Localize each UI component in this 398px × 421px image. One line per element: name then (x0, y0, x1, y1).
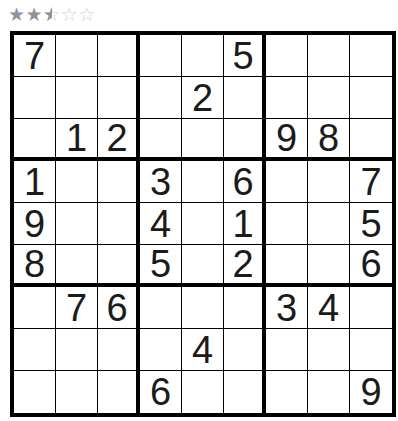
cell-r8c2[interactable] (56, 329, 98, 371)
cell-r4c5[interactable] (182, 161, 224, 203)
cell-r6c7[interactable] (266, 245, 308, 287)
cell-r2c8[interactable] (308, 77, 350, 119)
cell-r8c3[interactable] (98, 329, 140, 371)
cell-r8c6[interactable] (224, 329, 266, 371)
cell-r3c1[interactable] (14, 119, 56, 161)
cell-r2c5[interactable]: 2 (182, 77, 224, 119)
cell-r1c2[interactable] (56, 35, 98, 77)
cell-r7c2[interactable]: 7 (56, 287, 98, 329)
cell-r9c7[interactable] (266, 371, 308, 413)
star-half-fill: ★ (43, 3, 52, 26)
cell-r7c6[interactable] (224, 287, 266, 329)
cell-r3c5[interactable] (182, 119, 224, 161)
cell-r1c9[interactable] (350, 35, 392, 77)
cell-r7c1[interactable] (14, 287, 56, 329)
cell-r1c5[interactable] (182, 35, 224, 77)
cell-r6c6[interactable]: 2 (224, 245, 266, 287)
cell-r9c2[interactable] (56, 371, 98, 413)
cell-r8c1[interactable] (14, 329, 56, 371)
cell-r4c3[interactable] (98, 161, 140, 203)
star-filled-icon: ★ (8, 3, 26, 26)
cell-r8c5[interactable]: 4 (182, 329, 224, 371)
cell-r1c3[interactable] (98, 35, 140, 77)
cell-r8c8[interactable] (308, 329, 350, 371)
cell-r5c9[interactable]: 5 (350, 203, 392, 245)
cell-r5c5[interactable] (182, 203, 224, 245)
cell-r5c4[interactable]: 4 (140, 203, 182, 245)
cell-r4c6[interactable]: 6 (224, 161, 266, 203)
cell-r4c4[interactable]: 3 (140, 161, 182, 203)
cell-r4c9[interactable]: 7 (350, 161, 392, 203)
cell-r5c1[interactable]: 9 (14, 203, 56, 245)
star-empty-icon: ☆ (61, 3, 79, 26)
cell-r2c7[interactable] (266, 77, 308, 119)
cell-r9c4[interactable]: 6 (140, 371, 182, 413)
cell-r1c8[interactable] (308, 35, 350, 77)
cell-r2c1[interactable] (14, 77, 56, 119)
cell-r2c4[interactable] (140, 77, 182, 119)
cell-r3c6[interactable] (224, 119, 266, 161)
cell-r5c7[interactable] (266, 203, 308, 245)
cell-r7c7[interactable]: 3 (266, 287, 308, 329)
cell-r7c4[interactable] (140, 287, 182, 329)
cell-r2c3[interactable] (98, 77, 140, 119)
cell-r4c7[interactable] (266, 161, 308, 203)
cell-r6c1[interactable]: 8 (14, 245, 56, 287)
cell-r8c7[interactable] (266, 329, 308, 371)
cell-r5c6[interactable]: 1 (224, 203, 266, 245)
cell-r1c1[interactable]: 7 (14, 35, 56, 77)
cell-r2c9[interactable] (350, 77, 392, 119)
cell-r5c3[interactable] (98, 203, 140, 245)
cell-r4c1[interactable]: 1 (14, 161, 56, 203)
cell-r6c5[interactable] (182, 245, 224, 287)
cell-r9c6[interactable] (224, 371, 266, 413)
cell-r3c4[interactable] (140, 119, 182, 161)
cell-r1c6[interactable]: 5 (224, 35, 266, 77)
sudoku-board: 75212981367941585267634469 (10, 31, 396, 417)
difficulty-rating: ★★☆★☆☆ (8, 3, 398, 27)
cell-r9c3[interactable] (98, 371, 140, 413)
cell-r6c9[interactable]: 6 (350, 245, 392, 287)
cell-r9c9[interactable]: 9 (350, 371, 392, 413)
cell-r2c6[interactable] (224, 77, 266, 119)
cell-r9c8[interactable] (308, 371, 350, 413)
cell-r3c8[interactable]: 8 (308, 119, 350, 161)
cell-r5c8[interactable] (308, 203, 350, 245)
star-filled-icon: ★ (26, 3, 44, 26)
star-half-icon: ☆★ (43, 3, 61, 26)
cell-r6c8[interactable] (308, 245, 350, 287)
cell-r3c2[interactable]: 1 (56, 119, 98, 161)
cell-r3c3[interactable]: 2 (98, 119, 140, 161)
cell-r7c8[interactable]: 4 (308, 287, 350, 329)
cell-r5c2[interactable] (56, 203, 98, 245)
cell-r6c4[interactable]: 5 (140, 245, 182, 287)
cell-r1c4[interactable] (140, 35, 182, 77)
cell-r9c1[interactable] (14, 371, 56, 413)
star-empty-icon: ☆ (78, 3, 96, 26)
cell-r7c9[interactable] (350, 287, 392, 329)
cell-r3c9[interactable] (350, 119, 392, 161)
cell-r7c5[interactable] (182, 287, 224, 329)
cell-r6c3[interactable] (98, 245, 140, 287)
cell-r8c4[interactable] (140, 329, 182, 371)
cell-r7c3[interactable]: 6 (98, 287, 140, 329)
cell-r4c2[interactable] (56, 161, 98, 203)
cell-r3c7[interactable]: 9 (266, 119, 308, 161)
cell-r8c9[interactable] (350, 329, 392, 371)
cell-r4c8[interactable] (308, 161, 350, 203)
cell-r6c2[interactable] (56, 245, 98, 287)
cell-r9c5[interactable] (182, 371, 224, 413)
cell-r1c7[interactable] (266, 35, 308, 77)
cell-r2c2[interactable] (56, 77, 98, 119)
